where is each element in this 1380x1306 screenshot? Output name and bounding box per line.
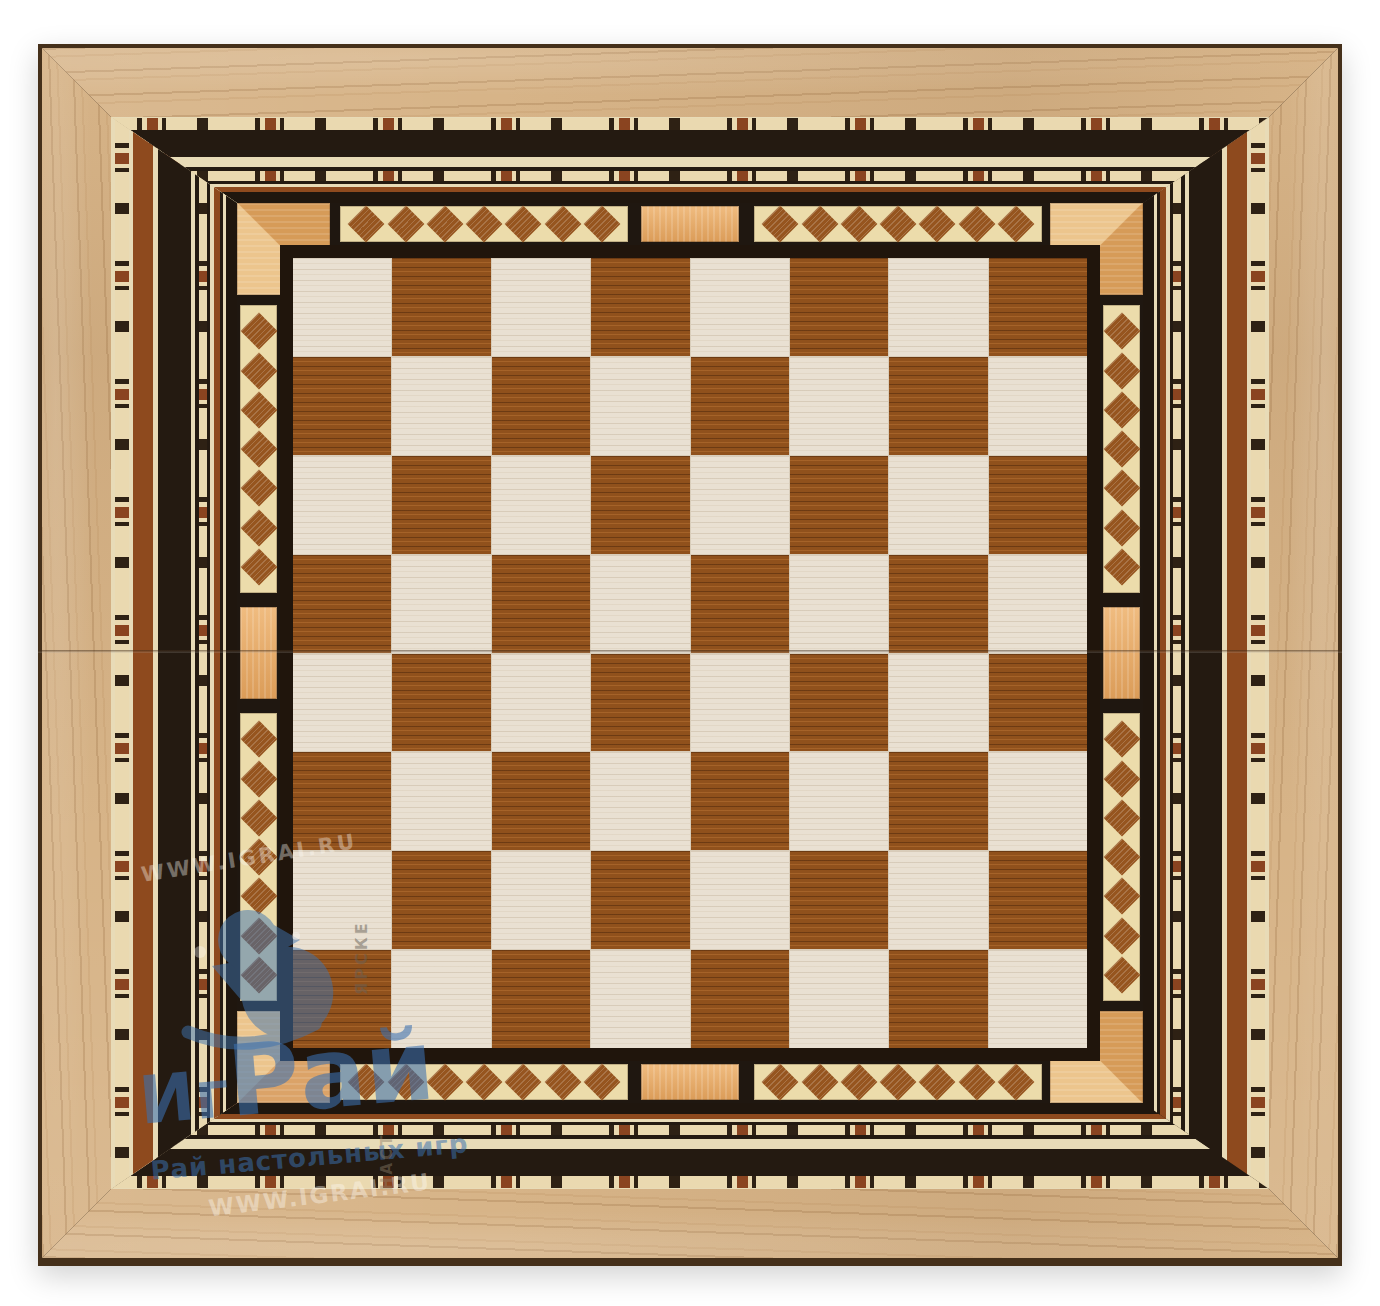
diamond-inlay <box>919 1064 956 1101</box>
board-square[interactable] <box>591 950 689 1048</box>
diamond-inlay <box>466 1064 503 1101</box>
board-square[interactable] <box>790 752 888 850</box>
diamond-inlay <box>1103 313 1140 350</box>
diamond-inlay <box>240 313 277 350</box>
board-square[interactable] <box>989 654 1087 752</box>
board-square[interactable] <box>392 752 490 850</box>
board-square[interactable] <box>293 654 391 752</box>
diamond-inlay <box>880 1064 917 1101</box>
diamond-inlay <box>1103 470 1140 507</box>
diamond-inlay <box>240 352 277 389</box>
board-square[interactable] <box>691 851 789 949</box>
board-square[interactable] <box>591 752 689 850</box>
diamond-inlay <box>1103 431 1140 468</box>
board-square[interactable] <box>492 654 590 752</box>
board-square[interactable] <box>889 357 987 455</box>
diamond-segment <box>1103 713 1140 1001</box>
board-square[interactable] <box>591 654 689 752</box>
board-square[interactable] <box>989 752 1087 850</box>
center-accent-left <box>240 607 277 699</box>
diamond-inlay <box>997 206 1034 243</box>
board-square[interactable] <box>293 258 391 356</box>
board-square[interactable] <box>691 258 789 356</box>
oak-frame-left <box>42 48 111 1258</box>
diamond-inlay <box>958 1064 995 1101</box>
board-square[interactable] <box>790 654 888 752</box>
diamond-segment <box>240 305 277 593</box>
diamond-inlay <box>1103 721 1140 758</box>
board-square[interactable] <box>492 357 590 455</box>
diamond-inlay <box>1103 839 1140 876</box>
diamond-inlay <box>387 1064 424 1101</box>
board-square[interactable] <box>392 357 490 455</box>
board-square[interactable] <box>392 555 490 653</box>
diamond-inlay <box>240 956 277 993</box>
diamond-inlay <box>1103 878 1140 915</box>
diamond-inlay <box>466 206 503 243</box>
diamond-inlay <box>762 206 799 243</box>
center-accent-right <box>1103 607 1140 699</box>
diamond-inlay <box>240 470 277 507</box>
diamond-inlay <box>801 206 838 243</box>
board-square[interactable] <box>492 950 590 1048</box>
board-square[interactable] <box>989 851 1087 949</box>
diamond-inlay <box>240 391 277 428</box>
board-square[interactable] <box>691 357 789 455</box>
oak-frame-top <box>42 48 1338 117</box>
diamond-inlay <box>240 917 277 954</box>
marquetry-border-left <box>111 117 237 1189</box>
board-square[interactable] <box>790 555 888 653</box>
diamond-band-left <box>237 203 280 1103</box>
board-square[interactable] <box>293 456 391 554</box>
diamond-inlay <box>240 509 277 546</box>
board-square[interactable] <box>889 456 987 554</box>
board-square[interactable] <box>691 752 789 850</box>
board-square[interactable] <box>392 950 490 1048</box>
diamond-band-right <box>1100 203 1143 1103</box>
diamond-inlay <box>505 206 542 243</box>
board-square[interactable] <box>591 555 689 653</box>
diamond-inlay <box>240 721 277 758</box>
board-square[interactable] <box>790 456 888 554</box>
diamond-inlay <box>919 206 956 243</box>
diamond-inlay <box>240 548 277 585</box>
diamond-inlay <box>240 878 277 915</box>
board-square[interactable] <box>392 258 490 356</box>
chessboard <box>293 258 1087 1048</box>
diamond-inlay <box>762 1064 799 1101</box>
diamond-band-top <box>237 203 1143 245</box>
diamond-inlay <box>240 839 277 876</box>
board-square[interactable] <box>591 357 689 455</box>
diamond-inlay <box>426 206 463 243</box>
center-accent-top <box>641 206 739 242</box>
board-square[interactable] <box>293 555 391 653</box>
diamond-inlay <box>240 799 277 836</box>
board-square[interactable] <box>989 456 1087 554</box>
diamond-inlay <box>240 431 277 468</box>
oak-frame-right <box>1269 48 1338 1258</box>
diamond-inlay <box>1103 956 1140 993</box>
diamond-inlay <box>1103 509 1140 546</box>
board-square[interactable] <box>790 258 888 356</box>
board-square[interactable] <box>889 752 987 850</box>
board-square[interactable] <box>989 258 1087 356</box>
diamond-inlay <box>240 760 277 797</box>
board-square[interactable] <box>691 950 789 1048</box>
diamond-inlay <box>348 1064 385 1101</box>
board-square[interactable] <box>691 456 789 554</box>
diamond-segment <box>340 1064 628 1100</box>
board-square[interactable] <box>492 258 590 356</box>
diamond-inlay <box>1103 917 1140 954</box>
marquetry-border-right <box>1143 117 1269 1189</box>
center-accent-bottom <box>641 1064 739 1100</box>
marquetry-border-top <box>111 117 1269 203</box>
diamond-inlay <box>544 206 581 243</box>
board-square[interactable] <box>790 357 888 455</box>
board-square[interactable] <box>492 752 590 850</box>
board-square[interactable] <box>392 456 490 554</box>
diamond-segment <box>754 1064 1042 1100</box>
board-square[interactable] <box>591 258 689 356</box>
board-square[interactable] <box>790 851 888 949</box>
board-square[interactable] <box>691 654 789 752</box>
diamond-segment <box>340 206 628 242</box>
board-square[interactable] <box>591 851 689 949</box>
board-square[interactable] <box>492 851 590 949</box>
oak-frame-bottom <box>42 1189 1338 1258</box>
board-square[interactable] <box>293 752 391 850</box>
board-square[interactable] <box>492 555 590 653</box>
marquetry-border-bottom <box>111 1103 1269 1189</box>
board-square[interactable] <box>691 555 789 653</box>
board-square[interactable] <box>293 950 391 1048</box>
diamond-inlay <box>426 1064 463 1101</box>
fold-seam <box>38 650 1342 653</box>
diamond-segment <box>1103 305 1140 593</box>
board-square[interactable] <box>392 654 490 752</box>
board-square[interactable] <box>591 456 689 554</box>
board-square[interactable] <box>492 456 590 554</box>
diamond-inlay <box>801 1064 838 1101</box>
diamond-inlay <box>997 1064 1034 1101</box>
board-square[interactable] <box>790 950 888 1048</box>
board-square[interactable] <box>293 357 391 455</box>
diamond-inlay <box>840 1064 877 1101</box>
board-square[interactable] <box>889 258 987 356</box>
board-square[interactable] <box>989 357 1087 455</box>
board-square[interactable] <box>889 851 987 949</box>
diamond-inlay <box>505 1064 542 1101</box>
diamond-inlay <box>1103 760 1140 797</box>
diamond-inlay <box>880 206 917 243</box>
diamond-inlay <box>1103 391 1140 428</box>
diamond-segment <box>754 206 1042 242</box>
diamond-inlay <box>1103 548 1140 585</box>
diamond-inlay <box>958 206 995 243</box>
diamond-inlay <box>583 1064 620 1101</box>
diamond-band-bottom <box>237 1061 1143 1103</box>
board-square[interactable] <box>989 950 1087 1048</box>
diamond-inlay <box>544 1064 581 1101</box>
diamond-inlay <box>1103 799 1140 836</box>
diamond-inlay <box>840 206 877 243</box>
diamond-segment <box>240 713 277 1001</box>
board-square[interactable] <box>889 555 987 653</box>
board-square[interactable] <box>293 851 391 949</box>
diamond-inlay <box>387 206 424 243</box>
board-square[interactable] <box>989 555 1087 653</box>
diamond-inlay <box>583 206 620 243</box>
diamond-inlay <box>348 206 385 243</box>
product-photo: WWW.IGRAI.RU ИгРай Рай настольных игр WW… <box>0 0 1380 1306</box>
diamond-inlay <box>1103 352 1140 389</box>
board-square[interactable] <box>392 851 490 949</box>
board-square[interactable] <box>889 950 987 1048</box>
board-square[interactable] <box>889 654 987 752</box>
